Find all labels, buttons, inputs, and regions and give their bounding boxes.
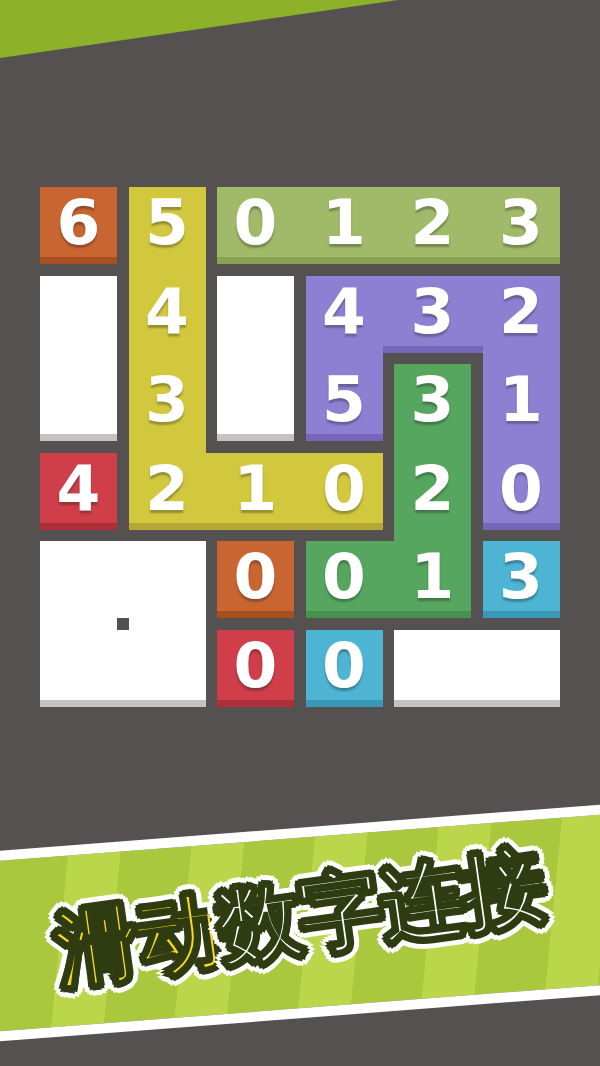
cell-r0c5[interactable]: 3 [483,187,560,264]
banner-title-part1: 滑动 [49,880,225,1000]
cell-r3c0[interactable]: 4 [40,453,117,530]
cell-bottom-shade [394,700,471,707]
cell-r3c3[interactable]: 0 [306,453,383,530]
path-bridge-purple [383,276,395,353]
cell-bottom-shade [217,434,294,441]
cell-number: 2 [483,276,560,353]
cell-r3c4[interactable]: 2 [394,453,471,530]
cell-number: 0 [306,630,383,707]
cell-r0c4[interactable]: 2 [394,187,471,264]
cell-number: 0 [217,630,294,707]
banner-title-part2: 数字连接 [212,835,550,977]
cell-r3c5[interactable]: 0 [483,453,560,530]
cell-bottom-shade [483,700,560,707]
cell-r5c3[interactable]: 0 [306,630,383,707]
cell-r2c1[interactable]: 3 [129,364,206,441]
path-bridge-yellow [294,453,306,530]
cell-r2c3[interactable]: 5 [306,364,383,441]
cell-number: 3 [394,364,471,441]
cell-r1c3[interactable]: 4 [306,276,383,353]
path-bridge-purple [471,276,483,353]
cell-number: 6 [40,187,117,264]
cell-r3c1[interactable]: 2 [129,453,206,530]
cell-bottom-shade [294,523,306,530]
cell-r3c2[interactable]: 1 [217,453,294,530]
cell-r5c5[interactable] [483,630,560,707]
cell-r4c4[interactable]: 1 [394,541,471,618]
cell-number: 3 [483,187,560,264]
cell-number: 4 [306,276,383,353]
cell-bottom-shade [471,257,483,264]
cell-number: 2 [394,453,471,530]
path-bridge-white [40,618,117,630]
cell-number: 1 [306,187,383,264]
path-bridge-green [383,541,395,618]
cell-number: 2 [394,187,471,264]
cell-bottom-shade [383,611,395,618]
cell-number: 0 [483,453,560,530]
cell-number: 3 [483,541,560,618]
cell-r1c5[interactable]: 2 [483,276,560,353]
cell-number: 1 [483,364,560,441]
cell-number: 3 [129,364,206,441]
cell-r0c2[interactable]: 0 [217,187,294,264]
cell-number: 0 [306,453,383,530]
cell-r5c1[interactable] [129,630,206,707]
cell-number: 0 [217,541,294,618]
cell-r4c0[interactable] [40,541,117,618]
cell-number: 4 [40,453,117,530]
cell-number: 2 [129,453,206,530]
path-bridge-white [471,630,483,707]
cell-bottom-shade [206,523,218,530]
top-corner-decoration [0,0,600,60]
path-bridge-white [117,541,129,618]
cell-r0c3[interactable]: 1 [306,187,383,264]
cell-bottom-shade [294,257,306,264]
cell-r5c4[interactable] [394,630,471,707]
path-bridge-olive [294,187,306,264]
path-bridge-white [129,618,206,630]
cell-r2c5[interactable]: 1 [483,364,560,441]
cell-r4c2[interactable]: 0 [217,541,294,618]
cell-r4c1[interactable] [129,541,206,618]
path-bridge-olive [383,187,395,264]
path-bridge-white [117,630,129,707]
cell-r0c0[interactable]: 6 [40,187,117,264]
cell-bottom-shade [471,346,483,353]
cell-r1c1[interactable]: 4 [129,276,206,353]
cell-r5c2[interactable]: 0 [217,630,294,707]
cell-bottom-shade [383,346,395,353]
path-bridge-yellow [206,453,218,530]
cell-r4c5[interactable]: 3 [483,541,560,618]
path-bridge-olive [471,187,483,264]
cell-r0c1[interactable]: 5 [129,187,206,264]
cell-number: 1 [394,541,471,618]
banner-title: 滑动数字连接 [0,814,600,1023]
path-bridge-white [40,353,117,365]
cell-r5c0[interactable] [40,630,117,707]
cell-r1c4[interactable]: 3 [394,276,471,353]
cell-number: 5 [306,364,383,441]
cell-r2c4[interactable]: 3 [394,364,471,441]
cell-r2c2[interactable] [217,364,294,441]
cell-number: 0 [217,187,294,264]
cell-r1c2[interactable] [217,276,294,353]
path-bridge-white [217,353,294,365]
cell-number: 5 [129,187,206,264]
cell-number: 1 [217,453,294,530]
cell-number: 3 [394,276,471,353]
cell-number: 4 [129,276,206,353]
cell-number: 0 [306,541,383,618]
cell-bottom-shade [40,700,117,707]
cell-bottom-shade [129,700,206,707]
cell-r4c3[interactable]: 0 [306,541,383,618]
cell-bottom-shade [40,434,117,441]
cell-r1c0[interactable] [40,276,117,353]
title-banner: 滑动数字连接 [0,801,600,1044]
cell-bottom-shade [383,257,395,264]
cell-bottom-shade [471,700,483,707]
cell-bottom-shade [117,700,129,707]
cell-r2c0[interactable] [40,364,117,441]
game-screen: 65432100123432510321040300 滑动数字连接 [0,0,600,1066]
